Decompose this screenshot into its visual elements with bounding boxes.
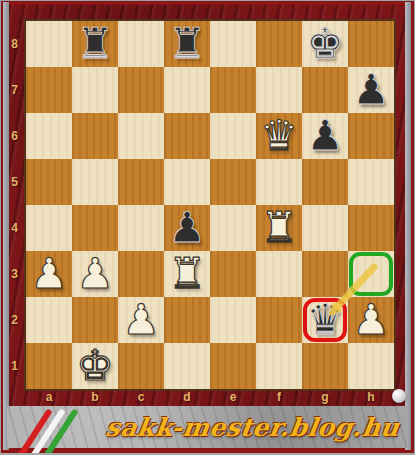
file-label-f: f: [256, 390, 302, 406]
file-label-e: e: [210, 390, 256, 406]
square-d1[interactable]: [164, 343, 210, 389]
square-d6[interactable]: [164, 113, 210, 159]
black-king[interactable]: ♚: [302, 21, 348, 67]
square-c2[interactable]: ♟: [118, 297, 164, 343]
square-c3[interactable]: [118, 251, 164, 297]
square-g2[interactable]: ♛: [302, 297, 348, 343]
side-to-move-ball: [392, 389, 406, 403]
blog-watermark-text: sakk-mester.blog.hu: [104, 413, 402, 442]
white-rook[interactable]: ♜: [164, 251, 210, 297]
rank-label-6: 6: [6, 113, 23, 159]
square-h6[interactable]: [348, 113, 394, 159]
black-pawn[interactable]: ♟: [164, 205, 210, 251]
square-e2[interactable]: [210, 297, 256, 343]
rank-label-2: 2: [6, 297, 23, 343]
square-e6[interactable]: [210, 113, 256, 159]
rank-label-1: 1: [6, 343, 23, 389]
square-h4[interactable]: [348, 205, 394, 251]
square-d3[interactable]: ♜: [164, 251, 210, 297]
white-pawn[interactable]: ♟: [72, 251, 118, 297]
white-rook[interactable]: ♜: [256, 205, 302, 251]
square-a7[interactable]: [26, 67, 72, 113]
hungarian-flag-icon: [21, 406, 91, 448]
square-f2[interactable]: [256, 297, 302, 343]
square-a2[interactable]: [26, 297, 72, 343]
square-e4[interactable]: [210, 205, 256, 251]
square-a3[interactable]: ♟: [26, 251, 72, 297]
chess-diagram: 87654321 abcdefgh ♜♜♚♟♛♟♟♜♟♟♜♟♛♟♚ sakk-m…: [0, 0, 415, 455]
square-f1[interactable]: [256, 343, 302, 389]
file-label-c: c: [118, 390, 164, 406]
white-king[interactable]: ♚: [72, 343, 118, 389]
square-d8[interactable]: ♜: [164, 21, 210, 67]
square-d2[interactable]: [164, 297, 210, 343]
square-c1[interactable]: [118, 343, 164, 389]
frame-rim-right: [405, 2, 411, 450]
square-e8[interactable]: [210, 21, 256, 67]
square-g5[interactable]: [302, 159, 348, 205]
square-g1[interactable]: [302, 343, 348, 389]
square-b6[interactable]: [72, 113, 118, 159]
square-e5[interactable]: [210, 159, 256, 205]
square-g8[interactable]: ♚: [302, 21, 348, 67]
square-b7[interactable]: [72, 67, 118, 113]
square-a6[interactable]: [26, 113, 72, 159]
square-e1[interactable]: [210, 343, 256, 389]
white-pawn[interactable]: ♟: [26, 251, 72, 297]
square-a4[interactable]: [26, 205, 72, 251]
square-b3[interactable]: ♟: [72, 251, 118, 297]
square-b5[interactable]: [72, 159, 118, 205]
square-a1[interactable]: [26, 343, 72, 389]
rank-label-4: 4: [6, 205, 23, 251]
black-queen[interactable]: ♛: [302, 297, 348, 343]
square-c7[interactable]: [118, 67, 164, 113]
square-f8[interactable]: [256, 21, 302, 67]
square-c5[interactable]: [118, 159, 164, 205]
square-f4[interactable]: ♜: [256, 205, 302, 251]
chess-board[interactable]: ♜♜♚♟♛♟♟♜♟♟♜♟♛♟♚: [24, 19, 396, 391]
square-a5[interactable]: [26, 159, 72, 205]
file-label-d: d: [164, 390, 210, 406]
square-h1[interactable]: [348, 343, 394, 389]
square-g7[interactable]: [302, 67, 348, 113]
square-h2[interactable]: ♟: [348, 297, 394, 343]
square-h7[interactable]: ♟: [348, 67, 394, 113]
square-f7[interactable]: [256, 67, 302, 113]
square-f3[interactable]: [256, 251, 302, 297]
white-queen[interactable]: ♛: [256, 113, 302, 159]
square-f5[interactable]: [256, 159, 302, 205]
rank-label-3: 3: [6, 251, 23, 297]
square-c4[interactable]: [118, 205, 164, 251]
file-label-a: a: [26, 390, 72, 406]
square-a8[interactable]: [26, 21, 72, 67]
black-pawn[interactable]: ♟: [302, 113, 348, 159]
square-h5[interactable]: [348, 159, 394, 205]
white-pawn[interactable]: ♟: [348, 297, 394, 343]
rank-label-5: 5: [6, 159, 23, 205]
square-f6[interactable]: ♛: [256, 113, 302, 159]
square-g4[interactable]: [302, 205, 348, 251]
square-b4[interactable]: [72, 205, 118, 251]
square-h3[interactable]: [348, 251, 394, 297]
square-b8[interactable]: ♜: [72, 21, 118, 67]
square-d5[interactable]: [164, 159, 210, 205]
square-g3[interactable]: [302, 251, 348, 297]
square-d7[interactable]: [164, 67, 210, 113]
white-pawn[interactable]: ♟: [118, 297, 164, 343]
square-b1[interactable]: ♚: [72, 343, 118, 389]
square-d4[interactable]: ♟: [164, 205, 210, 251]
file-labels: abcdefgh: [26, 390, 394, 406]
footer-banner: sakk-mester.blog.hu: [7, 406, 407, 448]
rank-label-8: 8: [6, 21, 23, 67]
square-c8[interactable]: [118, 21, 164, 67]
black-rook[interactable]: ♜: [72, 21, 118, 67]
black-rook[interactable]: ♜: [164, 21, 210, 67]
square-e7[interactable]: [210, 67, 256, 113]
square-e3[interactable]: [210, 251, 256, 297]
rank-label-7: 7: [6, 67, 23, 113]
square-h8[interactable]: [348, 21, 394, 67]
file-label-b: b: [72, 390, 118, 406]
square-c6[interactable]: [118, 113, 164, 159]
square-g6[interactable]: ♟: [302, 113, 348, 159]
rank-labels: 87654321: [6, 21, 23, 389]
black-pawn[interactable]: ♟: [348, 67, 394, 113]
square-b2[interactable]: [72, 297, 118, 343]
file-label-h: h: [348, 390, 394, 406]
file-label-g: g: [302, 390, 348, 406]
